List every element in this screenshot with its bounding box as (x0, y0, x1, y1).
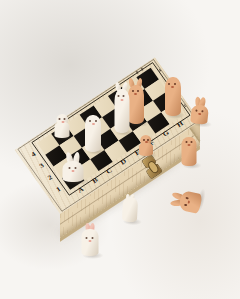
piece-cream-b4[interactable] (55, 114, 70, 138)
piece-cream-offboard-3[interactable] (82, 222, 99, 256)
piece-body (178, 190, 203, 214)
piece-tan-offboard-0[interactable] (182, 137, 197, 166)
nose (188, 144, 191, 146)
piece-body (128, 85, 144, 124)
piece-body (114, 89, 129, 133)
eye-left (89, 120, 91, 122)
piece-tan-offboard-1[interactable] (169, 188, 203, 214)
nose (198, 112, 201, 114)
nose (134, 93, 137, 95)
eye-left (184, 204, 187, 206)
piece-body (63, 161, 84, 182)
piece-tan-f2[interactable] (128, 85, 144, 124)
piece-body (55, 122, 70, 137)
nose (92, 123, 95, 125)
nose (120, 99, 123, 101)
piece-cream-a1[interactable] (63, 152, 84, 182)
piece-body (82, 229, 99, 256)
piece-body (182, 137, 197, 166)
eye-right (123, 95, 125, 97)
piece-body (139, 143, 153, 156)
piece-cream-c2[interactable] (85, 115, 101, 152)
photo-canvas: ABCDEFGH 44332211 (0, 0, 240, 299)
piece-cream-offboard-2[interactable] (122, 197, 138, 223)
eye-left (168, 83, 170, 85)
piece-tan-edge-0[interactable] (139, 135, 153, 156)
piece-cream-e2[interactable] (114, 89, 129, 133)
nose (145, 141, 148, 143)
piece-body (165, 77, 181, 116)
piece-body (85, 115, 101, 152)
piece-tan-h1[interactable] (165, 77, 181, 116)
piece-tan-edge-1[interactable] (190, 96, 210, 125)
eye-left (118, 95, 120, 97)
piece-body (122, 197, 138, 223)
